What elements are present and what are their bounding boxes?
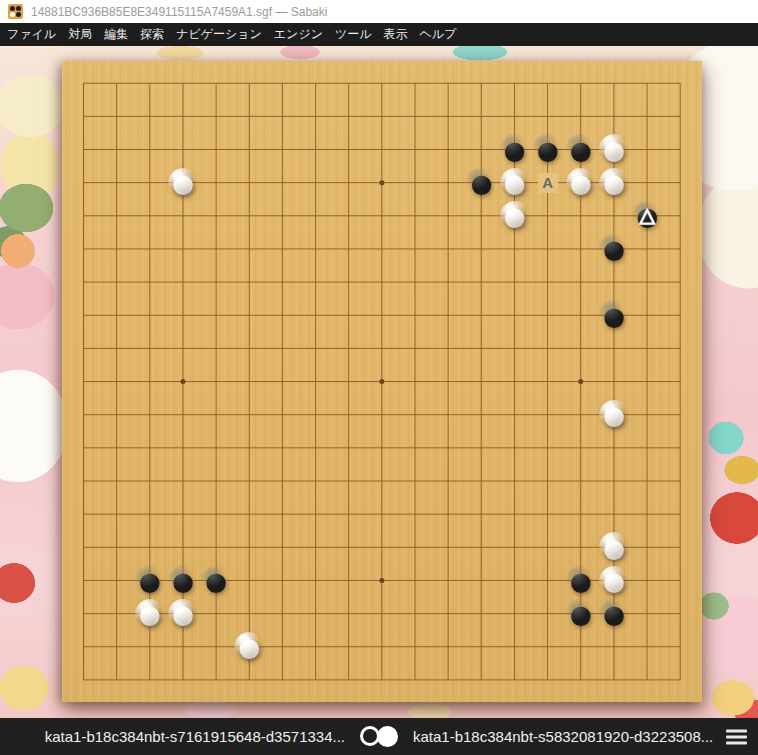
board-point[interactable]: ●	[233, 630, 266, 663]
board-point[interactable]	[100, 464, 133, 497]
board-point[interactable]	[100, 166, 133, 199]
board-point[interactable]	[631, 365, 664, 398]
board-point[interactable]	[233, 464, 266, 497]
board-point[interactable]	[598, 431, 631, 464]
board-point[interactable]	[233, 663, 266, 696]
board-point[interactable]	[100, 133, 133, 166]
board-point[interactable]	[498, 431, 531, 464]
board-point[interactable]	[564, 199, 597, 232]
board-point[interactable]: A	[531, 166, 564, 199]
board-point[interactable]	[133, 332, 166, 365]
board-point[interactable]	[498, 332, 531, 365]
board-point[interactable]	[332, 67, 365, 100]
board-point[interactable]	[266, 365, 299, 398]
board-point[interactable]	[100, 597, 133, 630]
board-point[interactable]	[67, 199, 100, 232]
board-point[interactable]	[531, 67, 564, 100]
board-point[interactable]	[166, 431, 199, 464]
board-point[interactable]	[332, 100, 365, 133]
board-point[interactable]	[465, 498, 498, 531]
board-point[interactable]	[233, 299, 266, 332]
board-point[interactable]	[432, 498, 465, 531]
board-point[interactable]	[266, 299, 299, 332]
board-point[interactable]	[266, 332, 299, 365]
board-point[interactable]	[531, 431, 564, 464]
board-point[interactable]	[432, 299, 465, 332]
board-point[interactable]	[399, 299, 432, 332]
board-point[interactable]	[631, 232, 664, 265]
board-point[interactable]: ●	[498, 199, 531, 232]
board-point[interactable]: ●	[133, 597, 166, 630]
board-point[interactable]	[498, 597, 531, 630]
board-point[interactable]	[166, 232, 199, 265]
board-point[interactable]	[200, 299, 233, 332]
board-point[interactable]	[399, 597, 432, 630]
board-point[interactable]: ●	[598, 398, 631, 431]
board-point[interactable]	[100, 199, 133, 232]
board-point[interactable]	[465, 332, 498, 365]
board-point[interactable]	[564, 332, 597, 365]
board-point[interactable]	[266, 663, 299, 696]
board-point[interactable]	[133, 663, 166, 696]
board-point[interactable]	[564, 266, 597, 299]
board-point[interactable]	[465, 199, 498, 232]
board-point[interactable]	[365, 630, 398, 663]
board-point[interactable]	[133, 398, 166, 431]
board-point[interactable]	[133, 630, 166, 663]
board-point[interactable]	[299, 431, 332, 464]
board-point[interactable]	[299, 166, 332, 199]
board-point[interactable]	[631, 498, 664, 531]
black-stone[interactable]: ●	[598, 233, 630, 265]
board-point[interactable]: ●	[598, 597, 631, 630]
board-point[interactable]	[166, 663, 199, 696]
black-stone[interactable]: ●	[465, 167, 497, 199]
board-point[interactable]	[465, 398, 498, 431]
board-point[interactable]	[432, 332, 465, 365]
board-point[interactable]	[365, 100, 398, 133]
board-point[interactable]	[332, 332, 365, 365]
board-point[interactable]	[166, 630, 199, 663]
board-point[interactable]	[67, 133, 100, 166]
white-stone[interactable]: ●	[167, 167, 199, 199]
board-point[interactable]	[332, 531, 365, 564]
board-point[interactable]	[432, 266, 465, 299]
white-stone[interactable]: ●	[233, 631, 265, 663]
board-point[interactable]	[531, 531, 564, 564]
board-point[interactable]	[399, 232, 432, 265]
board-point[interactable]	[133, 464, 166, 497]
board-point[interactable]	[233, 431, 266, 464]
board-point[interactable]	[432, 663, 465, 696]
board-point[interactable]	[365, 299, 398, 332]
board-point[interactable]	[365, 67, 398, 100]
menu-item-help[interactable]: ヘルプ	[414, 23, 463, 46]
board-point[interactable]	[365, 332, 398, 365]
board-point[interactable]	[365, 498, 398, 531]
board-point[interactable]	[365, 266, 398, 299]
board-point[interactable]	[166, 498, 199, 531]
board-point[interactable]: ●	[564, 597, 597, 630]
board-point[interactable]: ●	[200, 564, 233, 597]
board-point[interactable]	[200, 266, 233, 299]
board-point[interactable]	[133, 166, 166, 199]
board-point[interactable]	[399, 365, 432, 398]
board-point[interactable]	[664, 67, 697, 100]
board-point[interactable]	[299, 67, 332, 100]
board-point[interactable]	[664, 531, 697, 564]
board-point[interactable]	[664, 431, 697, 464]
board-point[interactable]	[531, 199, 564, 232]
board-point[interactable]	[332, 266, 365, 299]
board-point[interactable]	[498, 398, 531, 431]
white-stone[interactable]: ●	[134, 598, 166, 630]
board-point[interactable]	[100, 630, 133, 663]
board-point[interactable]	[67, 431, 100, 464]
board-point[interactable]	[564, 365, 597, 398]
board-point[interactable]	[299, 464, 332, 497]
board-point[interactable]	[365, 597, 398, 630]
menu-item-edit[interactable]: 編集	[98, 23, 134, 46]
board-point[interactable]	[531, 398, 564, 431]
board-point[interactable]	[200, 133, 233, 166]
board-point[interactable]	[399, 663, 432, 696]
board-point[interactable]	[664, 232, 697, 265]
board-point[interactable]	[299, 597, 332, 630]
board-point[interactable]	[266, 431, 299, 464]
board-point[interactable]	[233, 365, 266, 398]
board-point[interactable]	[299, 630, 332, 663]
board-point[interactable]	[332, 232, 365, 265]
board-point[interactable]	[67, 564, 100, 597]
board-point[interactable]	[531, 564, 564, 597]
board-point[interactable]	[266, 597, 299, 630]
board-point[interactable]	[598, 67, 631, 100]
board-point[interactable]	[564, 498, 597, 531]
goban[interactable]: ●●●●●●●A●●●●△●●●●●●●●●●●●●●	[62, 61, 702, 702]
board-point[interactable]	[399, 166, 432, 199]
board-point[interactable]	[133, 67, 166, 100]
board-point[interactable]	[266, 531, 299, 564]
board-point[interactable]	[67, 232, 100, 265]
board-point[interactable]	[664, 398, 697, 431]
board-point[interactable]	[631, 133, 664, 166]
board-point[interactable]	[133, 365, 166, 398]
board-point[interactable]	[299, 299, 332, 332]
board-point[interactable]	[664, 166, 697, 199]
board-point[interactable]	[67, 531, 100, 564]
board-point[interactable]	[432, 630, 465, 663]
board-point[interactable]: ●	[598, 232, 631, 265]
board-point[interactable]	[233, 266, 266, 299]
board-point[interactable]	[332, 464, 365, 497]
board-point[interactable]	[67, 597, 100, 630]
board-point[interactable]	[664, 498, 697, 531]
board-point[interactable]	[200, 431, 233, 464]
black-stone[interactable]: ●	[565, 598, 597, 630]
board-point[interactable]	[531, 464, 564, 497]
board-point[interactable]	[365, 663, 398, 696]
board-point[interactable]	[564, 431, 597, 464]
white-stone[interactable]: ●	[499, 200, 531, 232]
black-stone[interactable]: ●	[631, 200, 663, 232]
board-point[interactable]	[432, 365, 465, 398]
board-point[interactable]	[498, 464, 531, 497]
board-point[interactable]	[100, 266, 133, 299]
board-point[interactable]	[100, 332, 133, 365]
board-point[interactable]	[299, 531, 332, 564]
board-point[interactable]	[531, 498, 564, 531]
board-point[interactable]	[598, 464, 631, 497]
board-point[interactable]	[564, 464, 597, 497]
board-point[interactable]	[631, 531, 664, 564]
board-point[interactable]	[465, 266, 498, 299]
board-point[interactable]	[233, 398, 266, 431]
board-point[interactable]	[100, 431, 133, 464]
board-point[interactable]	[564, 398, 597, 431]
black-stone[interactable]: ●	[598, 598, 630, 630]
board-point[interactable]	[266, 464, 299, 497]
board-point[interactable]	[233, 232, 266, 265]
board-point[interactable]	[200, 663, 233, 696]
board-point[interactable]	[399, 100, 432, 133]
board-point[interactable]	[432, 133, 465, 166]
menu-item-game[interactable]: 対局	[62, 23, 98, 46]
board-point[interactable]	[133, 299, 166, 332]
board-point[interactable]	[498, 266, 531, 299]
board-point[interactable]	[432, 564, 465, 597]
board-point[interactable]	[266, 199, 299, 232]
board-point[interactable]	[266, 133, 299, 166]
black-stone[interactable]: ●	[200, 565, 232, 597]
board-point[interactable]	[100, 67, 133, 100]
board-point[interactable]	[664, 199, 697, 232]
board-point[interactable]	[399, 431, 432, 464]
board-point[interactable]	[365, 199, 398, 232]
board-point[interactable]	[432, 464, 465, 497]
board-point[interactable]	[365, 166, 398, 199]
board-point[interactable]	[133, 431, 166, 464]
board-point[interactable]	[332, 365, 365, 398]
board-point[interactable]	[598, 630, 631, 663]
board-point[interactable]: ●	[166, 166, 199, 199]
board-point[interactable]	[631, 431, 664, 464]
board-point[interactable]	[465, 531, 498, 564]
engine-color-toggle[interactable]	[360, 726, 398, 747]
board-point[interactable]	[399, 564, 432, 597]
board-point[interactable]	[67, 365, 100, 398]
board-point[interactable]	[166, 398, 199, 431]
board-point[interactable]	[664, 133, 697, 166]
board-point[interactable]	[200, 166, 233, 199]
white-stone[interactable]: ●	[598, 399, 630, 431]
board-point[interactable]	[498, 630, 531, 663]
board-point[interactable]	[399, 630, 432, 663]
board-point[interactable]	[465, 564, 498, 597]
board-point[interactable]	[332, 663, 365, 696]
board-point[interactable]	[365, 564, 398, 597]
board-point[interactable]	[67, 299, 100, 332]
board-point[interactable]	[332, 199, 365, 232]
black-stone[interactable]: ●	[532, 133, 564, 165]
board-point[interactable]	[564, 67, 597, 100]
board-point[interactable]	[299, 133, 332, 166]
board-point[interactable]	[67, 266, 100, 299]
board-point[interactable]	[200, 365, 233, 398]
board-point[interactable]	[133, 266, 166, 299]
board-point[interactable]	[498, 531, 531, 564]
board-point[interactable]	[399, 531, 432, 564]
board-point[interactable]	[432, 531, 465, 564]
board-point[interactable]	[166, 299, 199, 332]
board-point[interactable]	[200, 498, 233, 531]
board-point[interactable]	[67, 332, 100, 365]
board-point[interactable]	[399, 199, 432, 232]
board-point[interactable]	[200, 232, 233, 265]
board-point[interactable]	[664, 365, 697, 398]
board-point[interactable]	[664, 630, 697, 663]
board-point[interactable]	[67, 464, 100, 497]
board-point[interactable]	[564, 663, 597, 696]
board-point[interactable]	[399, 464, 432, 497]
board-point[interactable]	[67, 166, 100, 199]
board-point[interactable]	[166, 332, 199, 365]
board-point[interactable]	[432, 166, 465, 199]
board-point[interactable]	[465, 67, 498, 100]
board-point[interactable]	[266, 100, 299, 133]
board-point[interactable]: ●	[531, 133, 564, 166]
board-point[interactable]	[332, 398, 365, 431]
menu-item-navigation[interactable]: ナビゲーション	[170, 23, 268, 46]
board-point[interactable]	[465, 597, 498, 630]
board-point[interactable]	[332, 431, 365, 464]
board-point[interactable]	[564, 630, 597, 663]
board-point[interactable]	[664, 464, 697, 497]
board-point[interactable]	[100, 365, 133, 398]
hamburger-menu-icon[interactable]	[726, 729, 747, 744]
board-point[interactable]	[133, 133, 166, 166]
board-point[interactable]	[531, 232, 564, 265]
board-point[interactable]	[233, 133, 266, 166]
board-point[interactable]	[631, 299, 664, 332]
board-point[interactable]	[332, 498, 365, 531]
board-point[interactable]	[266, 232, 299, 265]
board-point[interactable]	[233, 531, 266, 564]
board-point[interactable]	[365, 365, 398, 398]
board-point[interactable]	[332, 630, 365, 663]
board-point[interactable]	[399, 67, 432, 100]
board-point[interactable]	[465, 431, 498, 464]
board-point[interactable]	[100, 299, 133, 332]
board-point[interactable]	[465, 630, 498, 663]
board-point[interactable]: ●	[598, 166, 631, 199]
board-point[interactable]	[200, 100, 233, 133]
board-point[interactable]	[531, 365, 564, 398]
board-point[interactable]	[432, 431, 465, 464]
board-point[interactable]	[664, 266, 697, 299]
board-point[interactable]	[498, 232, 531, 265]
board-point[interactable]	[631, 100, 664, 133]
board-point[interactable]	[465, 100, 498, 133]
board-point[interactable]: ●	[166, 597, 199, 630]
board-point[interactable]	[498, 498, 531, 531]
board-point[interactable]	[133, 498, 166, 531]
menu-item-find[interactable]: 探索	[134, 23, 170, 46]
engine-label-white[interactable]: kata1-b18c384nbt-s5832081920-d3223508...	[413, 728, 713, 745]
board-point[interactable]	[432, 597, 465, 630]
board-point[interactable]	[365, 464, 398, 497]
board-point[interactable]	[631, 266, 664, 299]
board-point[interactable]	[200, 464, 233, 497]
board-point[interactable]	[200, 398, 233, 431]
board-point[interactable]	[465, 663, 498, 696]
board-point[interactable]	[299, 199, 332, 232]
board-point[interactable]	[133, 100, 166, 133]
board-point[interactable]	[299, 398, 332, 431]
board-point[interactable]	[100, 498, 133, 531]
board-point[interactable]	[365, 531, 398, 564]
board-point[interactable]	[498, 67, 531, 100]
board-point[interactable]	[631, 597, 664, 630]
board-point[interactable]	[365, 133, 398, 166]
board-point[interactable]	[664, 663, 697, 696]
board-point[interactable]	[233, 498, 266, 531]
board-point[interactable]	[166, 67, 199, 100]
board-point[interactable]	[67, 398, 100, 431]
board-point[interactable]	[299, 663, 332, 696]
black-stone[interactable]: ●	[598, 299, 630, 331]
board-point[interactable]	[465, 299, 498, 332]
engine-label-black[interactable]: kata1-b18c384nbt-s7161915648-d3571334...	[45, 728, 345, 745]
board-point[interactable]	[266, 630, 299, 663]
board-point[interactable]	[266, 498, 299, 531]
board-point[interactable]	[598, 332, 631, 365]
board-point[interactable]	[465, 232, 498, 265]
board-point[interactable]	[266, 166, 299, 199]
board-point[interactable]	[100, 398, 133, 431]
board-point[interactable]	[200, 199, 233, 232]
board-point[interactable]	[399, 398, 432, 431]
board-point[interactable]	[166, 365, 199, 398]
board-point[interactable]	[531, 630, 564, 663]
board-point[interactable]	[233, 67, 266, 100]
board-point[interactable]	[166, 100, 199, 133]
board-point[interactable]	[332, 564, 365, 597]
board-point[interactable]	[133, 232, 166, 265]
board-point[interactable]	[299, 332, 332, 365]
board-point[interactable]	[399, 498, 432, 531]
board-point[interactable]	[465, 365, 498, 398]
board-point[interactable]	[299, 498, 332, 531]
board-point[interactable]	[100, 663, 133, 696]
board-point[interactable]: ●	[465, 166, 498, 199]
board-point[interactable]	[67, 663, 100, 696]
board-point[interactable]: ●	[598, 299, 631, 332]
board-point[interactable]	[664, 564, 697, 597]
menu-item-tools[interactable]: ツール	[329, 23, 378, 46]
board-point[interactable]	[233, 166, 266, 199]
board-point[interactable]	[299, 266, 332, 299]
board-point[interactable]	[299, 365, 332, 398]
board-point[interactable]	[67, 630, 100, 663]
board-point[interactable]	[100, 232, 133, 265]
board-point[interactable]	[631, 663, 664, 696]
board-point[interactable]	[631, 464, 664, 497]
board-point[interactable]	[332, 166, 365, 199]
board-point[interactable]	[100, 531, 133, 564]
board-point[interactable]	[631, 332, 664, 365]
board-point[interactable]	[200, 630, 233, 663]
